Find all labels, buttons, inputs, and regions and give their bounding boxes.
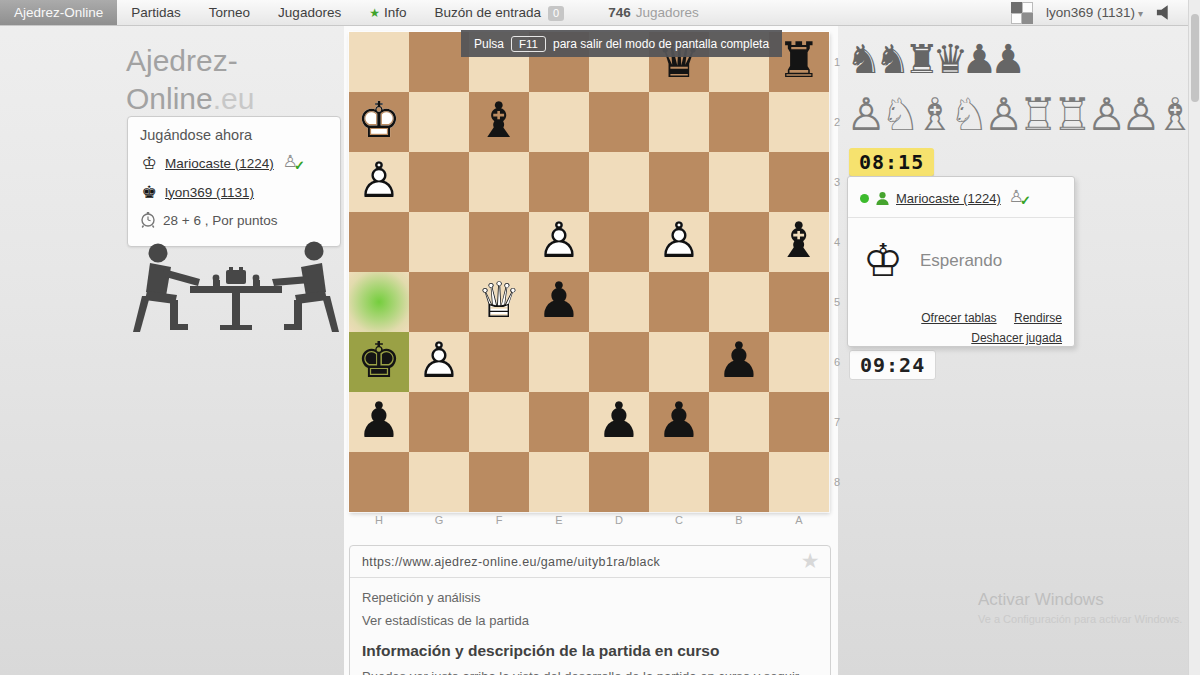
file-label-C: C bbox=[649, 514, 709, 526]
game-info-card: https://www.ajedrez-online.eu/game/uityb… bbox=[349, 545, 831, 675]
rank-label-8: 8 bbox=[834, 452, 840, 512]
offer-draw-link[interactable]: Ofrecer tablas bbox=[921, 311, 996, 325]
square-b6[interactable]: ♟ bbox=[709, 332, 769, 392]
square-d6[interactable] bbox=[589, 332, 649, 392]
square-h1[interactable] bbox=[349, 32, 409, 92]
square-b8[interactable] bbox=[709, 452, 769, 512]
square-c4[interactable]: ♟♙ bbox=[649, 212, 709, 272]
square-a8[interactable] bbox=[769, 452, 829, 512]
piece-wP-g6[interactable]: ♟♙ bbox=[409, 332, 469, 392]
nav-item-inbox-label: Buzón de entrada bbox=[434, 5, 541, 20]
white-king-icon-large: ♚♔ bbox=[860, 234, 906, 288]
square-g7[interactable] bbox=[409, 392, 469, 452]
file-label-B: B bbox=[709, 514, 769, 526]
logo-line2: Online bbox=[126, 82, 213, 115]
top-nav: Ajedrez-Online Partidas Torneo Jugadores… bbox=[0, 0, 1188, 26]
square-e3[interactable] bbox=[529, 152, 589, 212]
square-c6[interactable] bbox=[649, 332, 709, 392]
square-f3[interactable] bbox=[469, 152, 529, 212]
game-info-heading: Información y descripción de la partida … bbox=[362, 642, 818, 660]
f11-key-icon: F11 bbox=[511, 36, 546, 52]
piece-bP-e5[interactable]: ♟ bbox=[529, 272, 589, 332]
piece-bP-h7[interactable]: ♟ bbox=[349, 392, 409, 452]
square-g3[interactable] bbox=[409, 152, 469, 212]
fullscreen-tooltip: Pulsa F11 para salir del modo de pantall… bbox=[461, 30, 782, 57]
undo-move-link[interactable]: Deshacer jugada bbox=[971, 331, 1062, 345]
chess-board: ♛♜♚♔♝♟♙♟♙♟♙♝♛♕♟♚♟♙♟♟♟♟ bbox=[349, 32, 829, 512]
square-e6[interactable] bbox=[529, 332, 589, 392]
square-d7[interactable]: ♟ bbox=[589, 392, 649, 452]
piece-bB-a4[interactable]: ♝ bbox=[769, 212, 829, 272]
square-a5[interactable] bbox=[769, 272, 829, 332]
square-d5[interactable] bbox=[589, 272, 649, 332]
rank-label-1: 1 bbox=[834, 32, 840, 92]
square-h7[interactable]: ♟ bbox=[349, 392, 409, 452]
piece-bP-b6[interactable]: ♟ bbox=[709, 332, 769, 392]
person-icon bbox=[875, 191, 890, 206]
square-g1[interactable] bbox=[409, 32, 469, 92]
white-player-link[interactable]: Mariocaste (1224) bbox=[165, 156, 274, 171]
square-g8[interactable] bbox=[409, 452, 469, 512]
black-player-link[interactable]: lyon369 (1131) bbox=[165, 185, 254, 200]
opponent-clock: 08:15 bbox=[849, 148, 934, 176]
square-a4[interactable]: ♝ bbox=[769, 212, 829, 272]
square-h3[interactable]: ♟♙ bbox=[349, 152, 409, 212]
square-d2[interactable] bbox=[589, 92, 649, 152]
rank-label-2: 2 bbox=[834, 92, 840, 152]
player-clock: 09:24 bbox=[849, 350, 936, 380]
status-text: Esperando bbox=[920, 251, 1002, 271]
nav-item-torneo[interactable]: Torneo bbox=[195, 5, 264, 20]
game-url[interactable]: https://www.ajedrez-online.eu/game/uityb… bbox=[362, 555, 660, 569]
square-c2[interactable] bbox=[649, 92, 709, 152]
square-g6[interactable]: ♟♙ bbox=[409, 332, 469, 392]
game-url-row: https://www.ajedrez-online.eu/game/uityb… bbox=[350, 546, 830, 578]
windows-watermark: Activar Windows Ve a Configuración para … bbox=[978, 590, 1182, 625]
game-info-paragraph: Puedes ver justo arriba la vista del des… bbox=[362, 669, 818, 675]
square-h8[interactable] bbox=[349, 452, 409, 512]
file-label-H: H bbox=[349, 514, 409, 526]
file-label-A: A bbox=[769, 514, 829, 526]
square-b7[interactable] bbox=[709, 392, 769, 452]
rank-label-4: 4 bbox=[834, 212, 840, 272]
square-c3[interactable] bbox=[649, 152, 709, 212]
square-f4[interactable] bbox=[469, 212, 529, 272]
square-a2[interactable] bbox=[769, 92, 829, 152]
rank-labels: 12345678 bbox=[834, 32, 840, 512]
game-stats-link[interactable]: Ver estadísticas de la partida bbox=[362, 613, 818, 628]
logo-tld: .eu bbox=[213, 82, 255, 115]
black-king-icon: ♚ bbox=[140, 182, 158, 202]
white-king-icon: ♚♔ bbox=[140, 153, 158, 173]
nav-item-info-label: Info bbox=[384, 5, 407, 20]
online-status-dot bbox=[860, 194, 869, 203]
time-control-row: 28 + 6 , Por puntos bbox=[140, 211, 328, 229]
square-h6[interactable]: ♚ bbox=[349, 332, 409, 392]
clock-icon bbox=[140, 211, 156, 229]
online-count-number: 746 bbox=[608, 5, 631, 20]
chevron-down-icon: ▾ bbox=[1138, 8, 1143, 19]
square-f6[interactable] bbox=[469, 332, 529, 392]
square-e2[interactable] bbox=[529, 92, 589, 152]
square-g4[interactable] bbox=[409, 212, 469, 272]
square-f7[interactable] bbox=[469, 392, 529, 452]
piece-bK-h6[interactable]: ♚ bbox=[349, 332, 409, 392]
game-actions: Ofrecer tablas Rendirse Deshacer jugada bbox=[848, 294, 1074, 349]
logo-line1: Ajedrez- bbox=[126, 44, 238, 77]
piece-wQ-f5[interactable]: ♛♕ bbox=[469, 272, 529, 332]
file-label-F: F bbox=[469, 514, 529, 526]
tooltip-prefix: Pulsa bbox=[474, 37, 504, 51]
square-h2[interactable]: ♚♔ bbox=[349, 92, 409, 152]
rank-label-3: 3 bbox=[834, 152, 840, 212]
captured-black-P: ♟ bbox=[990, 36, 1026, 82]
board-grid: ♛♜♚♔♝♟♙♟♙♟♙♝♛♕♟♚♟♙♟♟♟♟ bbox=[349, 32, 829, 512]
square-h5[interactable] bbox=[349, 272, 409, 332]
square-a7[interactable] bbox=[769, 392, 829, 452]
user-menu[interactable]: lyon369 (1131)▾ bbox=[1046, 5, 1143, 20]
square-b5[interactable] bbox=[709, 272, 769, 332]
scrollbar[interactable] bbox=[1188, 0, 1200, 675]
watermark-title: Activar Windows bbox=[978, 590, 1182, 610]
time-control-text: 28 + 6 , Por puntos bbox=[163, 213, 277, 228]
piece-wP-e4[interactable]: ♟♙ bbox=[529, 212, 589, 272]
square-b2[interactable] bbox=[709, 92, 769, 152]
square-f8[interactable] bbox=[469, 452, 529, 512]
file-label-E: E bbox=[529, 514, 589, 526]
nav-brand[interactable]: Ajedrez-Online bbox=[0, 0, 117, 25]
piece-bB-f2[interactable]: ♝ bbox=[469, 92, 529, 152]
piece-wP-h3[interactable]: ♟♙ bbox=[349, 152, 409, 212]
volume-icon[interactable] bbox=[1156, 5, 1174, 20]
inbox-badge: 0 bbox=[548, 6, 564, 21]
nav-item-partidas[interactable]: Partidas bbox=[117, 5, 195, 20]
file-label-G: G bbox=[409, 514, 469, 526]
square-e7[interactable] bbox=[529, 392, 589, 452]
square-e5[interactable]: ♟ bbox=[529, 272, 589, 332]
square-h4[interactable] bbox=[349, 212, 409, 272]
piece-bP-c7[interactable]: ♟ bbox=[649, 392, 709, 452]
verified-pawn-icon: ♙✓ bbox=[1009, 189, 1029, 207]
square-d3[interactable] bbox=[589, 152, 649, 212]
opponent-status-row: ♚♔ Esperando bbox=[848, 218, 1074, 294]
piece-wK-h2[interactable]: ♚♔ bbox=[349, 92, 409, 152]
rank-label-5: 5 bbox=[834, 272, 840, 332]
square-c8[interactable] bbox=[649, 452, 709, 512]
resign-link[interactable]: Rendirse bbox=[1014, 311, 1062, 325]
tooltip-suffix: para salir del modo de pantalla completa bbox=[553, 37, 769, 51]
replay-analysis-link[interactable]: Repetición y análisis bbox=[362, 590, 818, 605]
square-g5[interactable] bbox=[409, 272, 469, 332]
square-a6[interactable] bbox=[769, 332, 829, 392]
black-player-row: ♚ lyon369 (1131) bbox=[140, 182, 328, 202]
file-label-D: D bbox=[589, 514, 649, 526]
nav-item-info[interactable]: ★Info bbox=[355, 5, 420, 20]
nav-item-inbox[interactable]: Buzón de entrada0 bbox=[420, 5, 578, 21]
square-d4[interactable] bbox=[589, 212, 649, 272]
page: Ajedrez-Online Partidas Torneo Jugadores… bbox=[0, 0, 1200, 675]
square-g2[interactable] bbox=[409, 92, 469, 152]
square-c5[interactable] bbox=[649, 272, 709, 332]
watermark-subtitle: Ve a Configuración para activar Windows. bbox=[978, 613, 1182, 625]
square-b4[interactable] bbox=[709, 212, 769, 272]
username: lyon369 (1131) bbox=[1046, 5, 1135, 20]
square-f2[interactable]: ♝ bbox=[469, 92, 529, 152]
now-playing-panel: Jugándose ahora ♚♔ Mariocaste (1224) ♙✓ … bbox=[127, 116, 341, 247]
white-player-row: ♚♔ Mariocaste (1224) ♙✓ bbox=[140, 153, 328, 173]
opponent-panel: Mariocaste (1224) ♙✓ ♚♔ Esperando Ofrece… bbox=[847, 176, 1075, 347]
nav-item-jugadores[interactable]: Jugadores bbox=[264, 5, 355, 20]
online-count-label: Jugadores bbox=[636, 5, 699, 20]
file-labels: HGFEDCBA bbox=[349, 514, 829, 526]
opponent-name-link[interactable]: Mariocaste (1224) bbox=[896, 191, 1001, 206]
nav-right: lyon369 (1131)▾ bbox=[1011, 2, 1188, 24]
square-d8[interactable] bbox=[589, 452, 649, 512]
square-a3[interactable] bbox=[769, 152, 829, 212]
piece-bP-d7[interactable]: ♟ bbox=[589, 392, 649, 452]
verified-pawn-icon: ♙✓ bbox=[283, 154, 303, 172]
captured-black-pieces-tray: ♞♞♜♛♟♟ bbox=[846, 36, 1026, 82]
square-b3[interactable] bbox=[709, 152, 769, 212]
board-theme-icon[interactable] bbox=[1011, 2, 1033, 24]
square-e8[interactable] bbox=[529, 452, 589, 512]
rank-label-7: 7 bbox=[834, 392, 840, 452]
game-info-body: Repetición y análisis Ver estadísticas d… bbox=[350, 578, 830, 675]
captured-white-pieces-tray: ♙♘♗♘♙♖♖♙♙♗ bbox=[846, 88, 1195, 141]
opponent-header: Mariocaste (1224) ♙✓ bbox=[848, 177, 1074, 218]
square-f5[interactable]: ♛♕ bbox=[469, 272, 529, 332]
chess-players-illustration bbox=[128, 238, 344, 346]
online-count: 746Jugadores bbox=[598, 5, 709, 20]
square-e4[interactable]: ♟♙ bbox=[529, 212, 589, 272]
site-logo: Ajedrez- Online.eu bbox=[126, 42, 254, 118]
favorite-star-icon[interactable]: ★ bbox=[801, 549, 820, 573]
rank-label-6: 6 bbox=[834, 332, 840, 392]
now-playing-title: Jugándose ahora bbox=[140, 127, 328, 143]
star-icon: ★ bbox=[369, 6, 380, 20]
scrollbar-thumb[interactable] bbox=[1191, 14, 1199, 102]
piece-wP-c4[interactable]: ♟♙ bbox=[649, 212, 709, 272]
square-c7[interactable]: ♟ bbox=[649, 392, 709, 452]
